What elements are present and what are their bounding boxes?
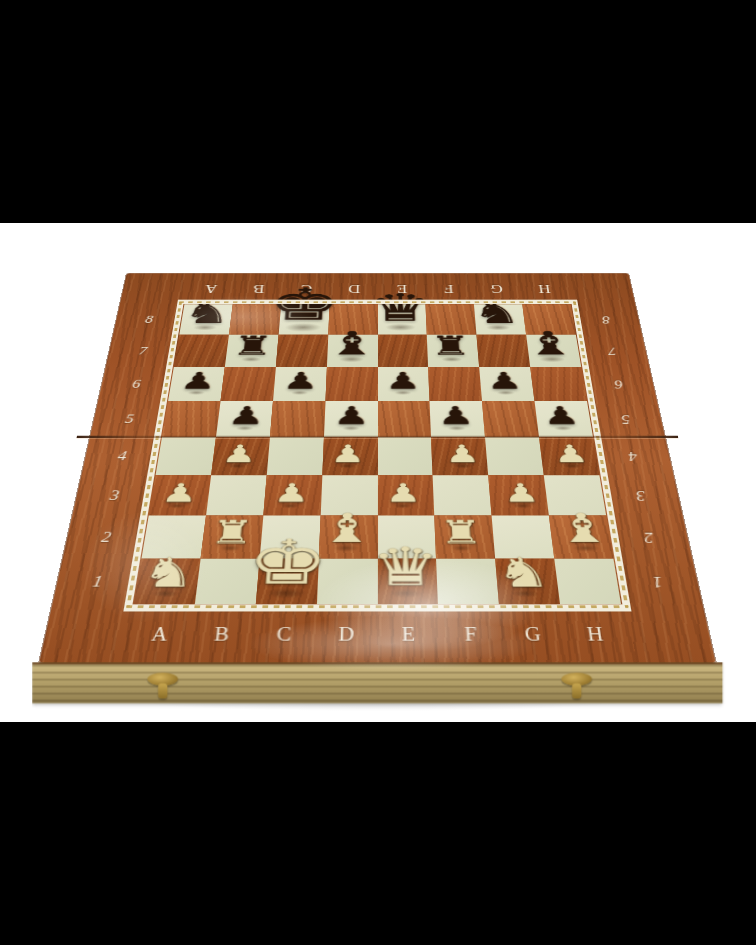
rank-label-right-5: 5 [620, 411, 631, 426]
rank-label-left-7: 7 [138, 344, 149, 358]
pawn-glyph: ♟ [226, 404, 265, 429]
file-label-top-F: F [444, 282, 455, 296]
file-label-top-H: H [537, 282, 552, 296]
bishop-glyph: ♝ [326, 327, 377, 359]
rank-label-right-4: 4 [627, 448, 639, 464]
pawn-glyph: ♟ [179, 370, 218, 393]
rank-label-left-1: 1 [91, 572, 104, 592]
queen-glyph: ♛ [369, 289, 431, 327]
clasp-pin [158, 683, 167, 698]
rank-label-left-6: 6 [131, 377, 142, 391]
rook-glyph: ♜ [430, 333, 472, 359]
chessboard: ABCDEFGHABCDEFGH8765432187654321 ♞♚♛♞♜♝♜… [39, 273, 716, 663]
clasp-icon-left [145, 673, 180, 701]
knight-glyph: ♞ [181, 298, 233, 328]
rank-label-left-4: 4 [116, 448, 128, 464]
file-label-bottom-F: F [464, 623, 478, 646]
pawn-glyph: ♟ [437, 404, 475, 429]
knight-glyph: ♞ [472, 298, 522, 328]
rank-label-left-3: 3 [108, 487, 120, 504]
file-label-top-A: A [204, 282, 219, 296]
file-label-top-B: B [252, 282, 265, 296]
rank-label-right-2: 2 [642, 528, 655, 546]
rank-label-left-8: 8 [144, 313, 154, 326]
file-label-bottom-E: E [401, 623, 415, 646]
file-label-bottom-D: D [338, 623, 355, 646]
pawn-glyph: ♟ [486, 370, 524, 393]
clasp-icon-right [559, 673, 594, 701]
file-label-top-G: G [490, 282, 504, 296]
rank-label-left-5: 5 [124, 411, 135, 426]
screenshot: ABCDEFGHABCDEFGH8765432187654321 ♞♚♛♞♜♝♜… [0, 0, 756, 945]
file-label-top-D: D [347, 282, 360, 296]
rank-label-right-3: 3 [634, 487, 646, 504]
pawn-glyph: ♟ [541, 404, 581, 429]
rank-label-right-6: 6 [613, 377, 624, 391]
king-glyph: ♚ [266, 283, 340, 327]
rank-label-right-8: 8 [601, 313, 611, 326]
file-label-bottom-C: C [276, 623, 293, 646]
pawn-glyph: ♟ [282, 370, 319, 393]
file-label-bottom-H: H [585, 623, 605, 646]
file-label-bottom-B: B [213, 623, 231, 646]
chess-set-photo: ABCDEFGHABCDEFGH8765432187654321 ♞♚♛♞♜♝♜… [0, 0, 756, 945]
fold-seam-highlight [76, 438, 678, 439]
bishop-glyph: ♝ [523, 327, 578, 359]
rank-label-right-1: 1 [651, 572, 664, 592]
file-label-bottom-G: G [524, 623, 543, 646]
rank-label-right-7: 7 [607, 344, 618, 358]
trim-dashes-bottom [126, 605, 629, 608]
pawn-glyph: ♟ [333, 404, 370, 429]
rook-glyph: ♜ [231, 333, 274, 359]
file-label-bottom-A: A [150, 623, 170, 646]
pawn-glyph: ♟ [385, 370, 421, 393]
scene: ABCDEFGHABCDEFGH8765432187654321 ♞♚♛♞♜♝♜… [0, 0, 756, 945]
clasp-pin [572, 683, 581, 698]
box-front-edge [32, 662, 722, 703]
rank-label-left-2: 2 [100, 528, 113, 546]
